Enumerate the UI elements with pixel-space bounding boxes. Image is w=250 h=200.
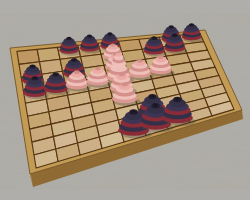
piece-knob-hole [89, 35, 90, 36]
piece-knob-hole [176, 98, 178, 100]
piece-knob-hole [109, 33, 110, 34]
piece-band [116, 53, 122, 57]
piece-knob-hole [174, 34, 176, 36]
piece-knob-hole [153, 37, 155, 39]
piece-band [158, 55, 164, 59]
piece-knob-hole [34, 77, 36, 79]
photo-scene [0, 0, 250, 200]
piece-knob-hole [32, 65, 34, 67]
piece-knob-hole [73, 59, 75, 61]
piece-band [119, 73, 125, 77]
piece-knob-hole [151, 95, 153, 97]
piece-knob-hole [191, 24, 192, 25]
piece-knob-hole [132, 110, 134, 112]
piece-band [137, 59, 143, 63]
piece-band [95, 67, 101, 71]
piece-band [110, 43, 115, 46]
piece-band [121, 82, 127, 86]
piece-knob-hole [170, 26, 171, 27]
piece-knob-hole [55, 73, 57, 75]
piece-band [74, 70, 80, 74]
piece-knob-hole [154, 104, 156, 106]
piece-knob-hole [68, 37, 69, 38]
tablut-photo [0, 0, 250, 200]
